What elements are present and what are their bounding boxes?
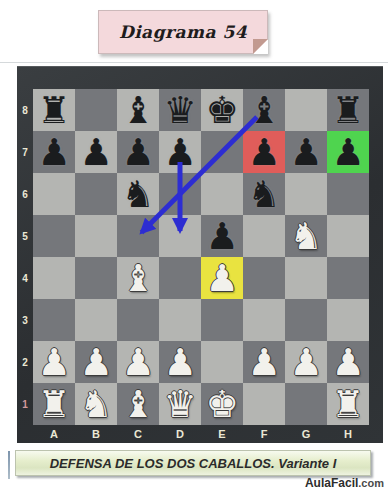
square-b7[interactable]: ♟: [75, 131, 117, 173]
black-pawn: ♟: [289, 134, 322, 171]
white-knight: ♞: [289, 218, 322, 255]
file-labels: ABCDEFGH: [33, 425, 369, 444]
file-label-d: D: [159, 425, 201, 444]
chess-board-frame: 87654321 ♜♝♛♚♝♜♟♟♟♟♟♟♟♞♞♟♞♝♟♟♟♟♟♟♟♟♜♞♝♛♚…: [17, 66, 383, 443]
black-pawn: ♟: [37, 134, 70, 171]
square-g7[interactable]: ♟: [285, 131, 327, 173]
square-c5[interactable]: [117, 215, 159, 257]
black-knight: ♞: [121, 176, 154, 213]
black-pawn: ♟: [163, 134, 196, 171]
square-c1[interactable]: ♝: [117, 383, 159, 425]
square-h4[interactable]: [327, 257, 369, 299]
square-b5[interactable]: [75, 215, 117, 257]
square-d8[interactable]: ♛: [159, 89, 201, 131]
square-g3[interactable]: [285, 299, 327, 341]
black-queen: ♛: [163, 92, 196, 129]
white-pawn: ♟: [205, 260, 238, 297]
square-b3[interactable]: [75, 299, 117, 341]
rank-label-8: 8: [17, 89, 33, 131]
square-c4[interactable]: ♝: [117, 257, 159, 299]
square-e7[interactable]: [201, 131, 243, 173]
square-b4[interactable]: [75, 257, 117, 299]
rank-label-6: 6: [17, 173, 33, 215]
square-d4[interactable]: [159, 257, 201, 299]
file-label-f: F: [243, 425, 285, 444]
square-e6[interactable]: [201, 173, 243, 215]
square-f3[interactable]: [243, 299, 285, 341]
square-a5[interactable]: [33, 215, 75, 257]
square-f7[interactable]: ♟: [243, 131, 285, 173]
white-knight: ♞: [79, 386, 112, 423]
caption-bar: DEFENSA DE LOS DOS CABALLOS. Variante I: [15, 450, 371, 476]
square-e8[interactable]: ♚: [201, 89, 243, 131]
square-f6[interactable]: ♞: [243, 173, 285, 215]
file-label-e: E: [201, 425, 243, 444]
square-e1[interactable]: ♚: [201, 383, 243, 425]
square-a8[interactable]: ♜: [33, 89, 75, 131]
square-d1[interactable]: ♛: [159, 383, 201, 425]
square-e5[interactable]: ♟: [201, 215, 243, 257]
square-h6[interactable]: [327, 173, 369, 215]
caption-text: DEFENSA DE LOS DOS CABALLOS. Variante I: [50, 456, 337, 471]
black-knight: ♞: [247, 176, 280, 213]
square-c7[interactable]: ♟: [117, 131, 159, 173]
page: Diagrama 54 87654321 ♜♝♛♚♝♜♟♟♟♟♟♟♟♞♞♟♞♝♟…: [0, 0, 388, 491]
white-pawn: ♟: [79, 344, 112, 381]
square-g5[interactable]: ♞: [285, 215, 327, 257]
square-g2[interactable]: ♟: [285, 341, 327, 383]
square-a7[interactable]: ♟: [33, 131, 75, 173]
white-rook: ♜: [331, 386, 364, 423]
rank-label-7: 7: [17, 131, 33, 173]
square-g1[interactable]: [285, 383, 327, 425]
square-g6[interactable]: [285, 173, 327, 215]
black-pawn: ♟: [79, 134, 112, 171]
square-h5[interactable]: [327, 215, 369, 257]
square-a2[interactable]: ♟: [33, 341, 75, 383]
rank-label-3: 3: [17, 299, 33, 341]
square-h7[interactable]: ♟: [327, 131, 369, 173]
white-pawn: ♟: [121, 344, 154, 381]
white-queen: ♛: [163, 386, 196, 423]
black-pawn: ♟: [247, 134, 280, 171]
square-e3[interactable]: [201, 299, 243, 341]
white-pawn: ♟: [289, 344, 322, 381]
separator-line: [0, 62, 388, 63]
chess-board: ♜♝♛♚♝♜♟♟♟♟♟♟♟♞♞♟♞♝♟♟♟♟♟♟♟♟♜♞♝♛♚♜: [33, 89, 369, 425]
square-f1[interactable]: [243, 383, 285, 425]
black-bishop: ♝: [121, 92, 154, 129]
white-king: ♚: [205, 386, 238, 423]
square-b8[interactable]: [75, 89, 117, 131]
page-title: Diagrama 54: [119, 22, 247, 42]
square-a1[interactable]: ♜: [33, 383, 75, 425]
rank-label-1: 1: [17, 383, 33, 425]
square-a4[interactable]: [33, 257, 75, 299]
white-bishop: ♝: [121, 260, 154, 297]
watermark: AulaFacil.com: [305, 476, 384, 490]
file-label-a: A: [33, 425, 75, 444]
square-h8[interactable]: ♜: [327, 89, 369, 131]
black-pawn: ♟: [205, 218, 238, 255]
white-pawn: ♟: [37, 344, 70, 381]
white-pawn: ♟: [247, 344, 280, 381]
white-pawn: ♟: [163, 344, 196, 381]
square-c6[interactable]: ♞: [117, 173, 159, 215]
square-f2[interactable]: ♟: [243, 341, 285, 383]
white-pawn: ♟: [331, 344, 364, 381]
square-f4[interactable]: [243, 257, 285, 299]
rank-labels: 87654321: [17, 89, 33, 425]
square-e4[interactable]: ♟: [201, 257, 243, 299]
watermark-domain: .com: [358, 477, 384, 489]
square-c2[interactable]: ♟: [117, 341, 159, 383]
square-g8[interactable]: [285, 89, 327, 131]
square-f5[interactable]: [243, 215, 285, 257]
square-h2[interactable]: ♟: [327, 341, 369, 383]
square-d5[interactable]: [159, 215, 201, 257]
square-b2[interactable]: ♟: [75, 341, 117, 383]
square-h3[interactable]: [327, 299, 369, 341]
file-label-g: G: [285, 425, 327, 444]
square-d2[interactable]: ♟: [159, 341, 201, 383]
square-d3[interactable]: [159, 299, 201, 341]
square-e2[interactable]: [201, 341, 243, 383]
rank-label-4: 4: [17, 257, 33, 299]
file-label-c: C: [117, 425, 159, 444]
file-label-b: B: [75, 425, 117, 444]
square-f8[interactable]: ♝: [243, 89, 285, 131]
square-d6[interactable]: [159, 173, 201, 215]
square-c3[interactable]: [117, 299, 159, 341]
square-h1[interactable]: ♜: [327, 383, 369, 425]
square-d7[interactable]: ♟: [159, 131, 201, 173]
black-king: ♚: [205, 92, 238, 129]
black-pawn: ♟: [121, 134, 154, 171]
square-b1[interactable]: ♞: [75, 383, 117, 425]
file-label-h: H: [327, 425, 369, 444]
square-a6[interactable]: [33, 173, 75, 215]
square-b6[interactable]: [75, 173, 117, 215]
black-rook: ♜: [331, 92, 364, 129]
black-pawn: ♟: [331, 134, 364, 171]
square-a3[interactable]: [33, 299, 75, 341]
white-rook: ♜: [37, 386, 70, 423]
text-cursor: [8, 451, 10, 479]
rank-label-2: 2: [17, 341, 33, 383]
square-g4[interactable]: [285, 257, 327, 299]
white-bishop: ♝: [121, 386, 154, 423]
watermark-name: AulaFacil: [305, 476, 358, 490]
diagram-title-box: Diagrama 54: [98, 10, 268, 54]
square-c8[interactable]: ♝: [117, 89, 159, 131]
rank-label-5: 5: [17, 215, 33, 257]
black-rook: ♜: [37, 92, 70, 129]
black-bishop: ♝: [247, 92, 280, 129]
